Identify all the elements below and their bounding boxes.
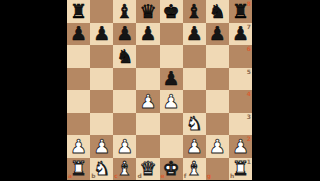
piece-black-pawn[interactable]: ♟ <box>136 23 159 46</box>
piece-black-pawn[interactable]: ♟ <box>160 68 183 91</box>
file-label-g: g <box>207 173 211 179</box>
square-c6[interactable]: ♞ <box>113 45 136 68</box>
square-g3[interactable] <box>206 113 229 136</box>
square-a2[interactable]: ♟ <box>67 135 90 158</box>
square-b2[interactable]: ♟ <box>90 135 113 158</box>
piece-white-pawn[interactable]: ♟ <box>229 135 252 158</box>
square-c8[interactable]: ♝ <box>113 0 136 23</box>
square-f1[interactable]: ♝f <box>183 158 206 181</box>
piece-white-knight[interactable]: ♞ <box>183 113 206 136</box>
screen: { "game": "chess", "orientation": "white… <box>0 0 320 180</box>
piece-black-queen[interactable]: ♛ <box>136 0 159 23</box>
square-d6[interactable] <box>136 45 159 68</box>
rank-label-6: 6 <box>247 46 251 52</box>
square-e1[interactable]: ♚e <box>160 158 183 181</box>
square-h5[interactable]: 5 <box>229 68 252 91</box>
square-a3[interactable] <box>67 113 90 136</box>
square-f7[interactable]: ♟ <box>183 23 206 46</box>
piece-white-pawn[interactable]: ♟ <box>113 135 136 158</box>
square-e3[interactable] <box>160 113 183 136</box>
video-frame: ♜♝♛♚♝♞♜8♟♟♟♟♟♟♟7♞6♟5♟♟4♞3♟♟♟♟♟♟2♜a♞b♝c♛d… <box>0 0 320 180</box>
square-g4[interactable] <box>206 90 229 113</box>
square-f3[interactable]: ♞ <box>183 113 206 136</box>
square-c1[interactable]: ♝c <box>113 158 136 181</box>
square-g1[interactable]: g <box>206 158 229 181</box>
square-b8[interactable] <box>90 0 113 23</box>
square-d7[interactable]: ♟ <box>136 23 159 46</box>
square-h3[interactable]: 3 <box>229 113 252 136</box>
square-c4[interactable] <box>113 90 136 113</box>
square-h4[interactable]: 4 <box>229 90 252 113</box>
piece-black-knight[interactable]: ♞ <box>113 45 136 68</box>
square-e7[interactable] <box>160 23 183 46</box>
piece-black-bishop[interactable]: ♝ <box>113 0 136 23</box>
square-g7[interactable]: ♟ <box>206 23 229 46</box>
square-d3[interactable] <box>136 113 159 136</box>
piece-white-pawn[interactable]: ♟ <box>136 90 159 113</box>
square-e4[interactable]: ♟ <box>160 90 183 113</box>
piece-white-rook[interactable]: ♜ <box>67 158 90 181</box>
square-b7[interactable]: ♟ <box>90 23 113 46</box>
piece-white-pawn[interactable]: ♟ <box>67 135 90 158</box>
piece-white-bishop[interactable]: ♝ <box>183 158 206 181</box>
square-h7[interactable]: ♟7 <box>229 23 252 46</box>
rank-label-4: 4 <box>247 91 251 97</box>
square-c2[interactable]: ♟ <box>113 135 136 158</box>
square-g5[interactable] <box>206 68 229 91</box>
piece-white-pawn[interactable]: ♟ <box>160 90 183 113</box>
square-a4[interactable] <box>67 90 90 113</box>
square-b6[interactable] <box>90 45 113 68</box>
square-e8[interactable]: ♚ <box>160 0 183 23</box>
piece-black-pawn[interactable]: ♟ <box>113 23 136 46</box>
square-h6[interactable]: 6 <box>229 45 252 68</box>
square-c5[interactable] <box>113 68 136 91</box>
square-a6[interactable] <box>67 45 90 68</box>
piece-black-pawn[interactable]: ♟ <box>206 23 229 46</box>
square-a7[interactable]: ♟ <box>67 23 90 46</box>
square-b4[interactable] <box>90 90 113 113</box>
square-h1[interactable]: ♜1h <box>229 158 252 181</box>
piece-black-pawn[interactable]: ♟ <box>67 23 90 46</box>
square-e6[interactable] <box>160 45 183 68</box>
square-a1[interactable]: ♜a <box>67 158 90 181</box>
square-g6[interactable] <box>206 45 229 68</box>
rank-label-3: 3 <box>247 114 251 120</box>
square-b1[interactable]: ♞b <box>90 158 113 181</box>
square-f4[interactable] <box>183 90 206 113</box>
square-b5[interactable] <box>90 68 113 91</box>
piece-black-pawn[interactable]: ♟ <box>229 23 252 46</box>
square-d2[interactable] <box>136 135 159 158</box>
chess-board: ♜♝♛♚♝♞♜8♟♟♟♟♟♟♟7♞6♟5♟♟4♞3♟♟♟♟♟♟2♜a♞b♝c♛d… <box>67 0 252 180</box>
square-f2[interactable]: ♟ <box>183 135 206 158</box>
square-a8[interactable]: ♜ <box>67 0 90 23</box>
piece-white-queen[interactable]: ♛ <box>136 158 159 181</box>
square-f8[interactable]: ♝ <box>183 0 206 23</box>
piece-white-bishop[interactable]: ♝ <box>113 158 136 181</box>
square-d4[interactable]: ♟ <box>136 90 159 113</box>
piece-black-rook[interactable]: ♜ <box>229 0 252 23</box>
square-d5[interactable] <box>136 68 159 91</box>
square-f5[interactable] <box>183 68 206 91</box>
piece-black-pawn[interactable]: ♟ <box>90 23 113 46</box>
square-c7[interactable]: ♟ <box>113 23 136 46</box>
piece-black-pawn[interactable]: ♟ <box>183 23 206 46</box>
square-d1[interactable]: ♛d <box>136 158 159 181</box>
square-e2[interactable] <box>160 135 183 158</box>
square-h2[interactable]: ♟2 <box>229 135 252 158</box>
piece-white-rook[interactable]: ♜ <box>229 158 252 181</box>
piece-white-king[interactable]: ♚ <box>160 158 183 181</box>
piece-black-knight[interactable]: ♞ <box>206 0 229 23</box>
square-g8[interactable]: ♞ <box>206 0 229 23</box>
square-e5[interactable]: ♟ <box>160 68 183 91</box>
square-b3[interactable] <box>90 113 113 136</box>
piece-white-pawn[interactable]: ♟ <box>183 135 206 158</box>
piece-white-pawn[interactable]: ♟ <box>90 135 113 158</box>
square-f6[interactable] <box>183 45 206 68</box>
square-a5[interactable] <box>67 68 90 91</box>
piece-black-rook[interactable]: ♜ <box>67 0 90 23</box>
square-h8[interactable]: ♜8 <box>229 0 252 23</box>
square-d8[interactable]: ♛ <box>136 0 159 23</box>
piece-black-king[interactable]: ♚ <box>160 0 183 23</box>
piece-black-bishop[interactable]: ♝ <box>183 0 206 23</box>
rank-label-5: 5 <box>247 69 251 75</box>
square-g2[interactable]: ♟ <box>206 135 229 158</box>
piece-white-knight[interactable]: ♞ <box>90 158 113 181</box>
square-c3[interactable] <box>113 113 136 136</box>
piece-white-pawn[interactable]: ♟ <box>206 135 229 158</box>
